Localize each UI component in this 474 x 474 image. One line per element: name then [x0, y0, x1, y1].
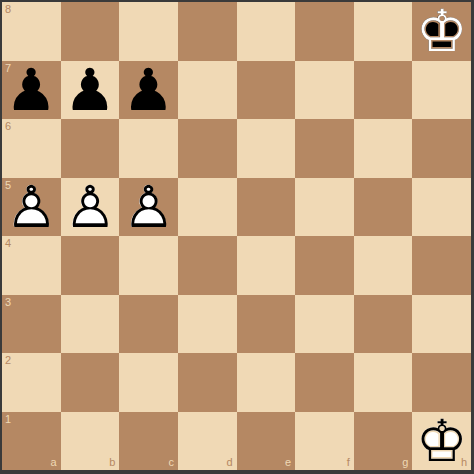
square-e7[interactable] — [237, 61, 296, 120]
square-a1[interactable]: 1a — [2, 412, 61, 471]
white-pawn-glyph-layer: ♙ — [64, 178, 116, 236]
square-c5[interactable]: ♟♙ — [119, 178, 178, 237]
square-f5[interactable] — [295, 178, 354, 237]
file-label-g: g — [402, 457, 408, 468]
square-c2[interactable] — [119, 353, 178, 412]
square-c8[interactable] — [119, 2, 178, 61]
file-label-f: f — [347, 457, 350, 468]
square-d6[interactable] — [178, 119, 237, 178]
square-b2[interactable] — [61, 353, 120, 412]
piece-black-king[interactable]: ♚♔ — [412, 2, 471, 61]
rank-label-1: 1 — [5, 414, 11, 425]
rank-label-3: 3 — [5, 297, 11, 308]
square-b6[interactable] — [61, 119, 120, 178]
square-f4[interactable] — [295, 236, 354, 295]
square-a8[interactable]: 8 — [2, 2, 61, 61]
square-e1[interactable]: e — [237, 412, 296, 471]
square-d7[interactable] — [178, 61, 237, 120]
square-e5[interactable] — [237, 178, 296, 237]
square-c3[interactable] — [119, 295, 178, 354]
piece-black-pawn[interactable]: ♟ — [2, 61, 61, 120]
square-g4[interactable] — [354, 236, 413, 295]
square-h5[interactable] — [412, 178, 471, 237]
square-a5[interactable]: 5♟♙ — [2, 178, 61, 237]
square-h3[interactable] — [412, 295, 471, 354]
square-a7[interactable]: 7♟ — [2, 61, 61, 120]
rank-label-4: 4 — [5, 238, 11, 249]
white-pawn-glyph-layer: ♙ — [5, 178, 57, 236]
rank-label-8: 8 — [5, 4, 11, 15]
square-h6[interactable] — [412, 119, 471, 178]
square-f2[interactable] — [295, 353, 354, 412]
piece-white-pawn[interactable]: ♟♙ — [2, 178, 61, 237]
square-e2[interactable] — [237, 353, 296, 412]
square-c6[interactable] — [119, 119, 178, 178]
square-d1[interactable]: d — [178, 412, 237, 471]
square-e8[interactable] — [237, 2, 296, 61]
black-pawn-glyph-layer: ♟ — [5, 61, 57, 119]
square-f8[interactable] — [295, 2, 354, 61]
square-d3[interactable] — [178, 295, 237, 354]
square-h1[interactable]: h♚♔ — [412, 412, 471, 471]
white-pawn-glyph-layer: ♟ — [5, 178, 57, 236]
piece-white-pawn[interactable]: ♟♙ — [119, 178, 178, 237]
black-king-glyph-layer: ♚ — [416, 2, 468, 60]
white-king-glyph-layer: ♔ — [416, 412, 468, 470]
file-label-d: d — [226, 457, 232, 468]
square-g2[interactable] — [354, 353, 413, 412]
square-a6[interactable]: 6 — [2, 119, 61, 178]
square-g1[interactable]: g — [354, 412, 413, 471]
file-label-a: a — [51, 457, 57, 468]
square-d2[interactable] — [178, 353, 237, 412]
black-pawn-glyph-layer: ♟ — [123, 61, 175, 119]
piece-black-pawn[interactable]: ♟ — [61, 61, 120, 120]
piece-white-pawn[interactable]: ♟♙ — [61, 178, 120, 237]
square-f3[interactable] — [295, 295, 354, 354]
square-d4[interactable] — [178, 236, 237, 295]
square-g3[interactable] — [354, 295, 413, 354]
square-f7[interactable] — [295, 61, 354, 120]
rank-label-2: 2 — [5, 355, 11, 366]
white-pawn-glyph-layer: ♙ — [123, 178, 175, 236]
piece-white-king[interactable]: ♚♔ — [412, 412, 471, 471]
square-b4[interactable] — [61, 236, 120, 295]
square-h8[interactable]: ♚♔ — [412, 2, 471, 61]
square-b5[interactable]: ♟♙ — [61, 178, 120, 237]
black-pawn-glyph-layer: ♟ — [64, 61, 116, 119]
square-e6[interactable] — [237, 119, 296, 178]
white-pawn-glyph-layer: ♟ — [64, 178, 116, 236]
square-b8[interactable] — [61, 2, 120, 61]
square-f6[interactable] — [295, 119, 354, 178]
square-a4[interactable]: 4 — [2, 236, 61, 295]
square-b7[interactable]: ♟ — [61, 61, 120, 120]
square-e3[interactable] — [237, 295, 296, 354]
white-king-glyph-layer: ♚ — [416, 412, 468, 470]
square-g6[interactable] — [354, 119, 413, 178]
square-h4[interactable] — [412, 236, 471, 295]
square-a2[interactable]: 2 — [2, 353, 61, 412]
square-h2[interactable] — [412, 353, 471, 412]
rank-label-6: 6 — [5, 121, 11, 132]
square-a3[interactable]: 3 — [2, 295, 61, 354]
black-king-glyph-layer: ♔ — [416, 2, 468, 60]
file-label-e: e — [285, 457, 291, 468]
file-label-b: b — [109, 457, 115, 468]
square-c1[interactable]: c — [119, 412, 178, 471]
square-g7[interactable] — [354, 61, 413, 120]
white-pawn-glyph-layer: ♟ — [123, 178, 175, 236]
chess-board-frame: 8♚♔7♟♟♟65♟♙♟♙♟♙4321abcdefgh♚♔ — [0, 0, 474, 474]
square-g8[interactable] — [354, 2, 413, 61]
square-d5[interactable] — [178, 178, 237, 237]
square-d8[interactable] — [178, 2, 237, 61]
square-b3[interactable] — [61, 295, 120, 354]
square-g5[interactable] — [354, 178, 413, 237]
square-f1[interactable]: f — [295, 412, 354, 471]
square-h7[interactable] — [412, 61, 471, 120]
chess-board: 8♚♔7♟♟♟65♟♙♟♙♟♙4321abcdefgh♚♔ — [2, 2, 471, 470]
file-label-c: c — [168, 457, 174, 468]
square-c4[interactable] — [119, 236, 178, 295]
square-c7[interactable]: ♟ — [119, 61, 178, 120]
square-b1[interactable]: b — [61, 412, 120, 471]
square-e4[interactable] — [237, 236, 296, 295]
piece-black-pawn[interactable]: ♟ — [119, 61, 178, 120]
